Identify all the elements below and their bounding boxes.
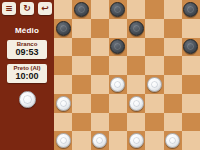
board-square-a6[interactable]: [54, 38, 72, 57]
sidebar: ≡ ↻ ↩ Médio Branco 09:53 Preto (AI) 10:0…: [0, 0, 54, 150]
dark-piece[interactable]: [129, 21, 144, 36]
board-square-e3[interactable]: [127, 94, 145, 113]
white-piece[interactable]: [92, 133, 107, 148]
board-square-e6[interactable]: [127, 38, 145, 57]
board-square-g7[interactable]: [164, 19, 182, 38]
board-square-b7[interactable]: [72, 19, 90, 38]
board-square-f7[interactable]: [145, 19, 163, 38]
board-square-g1[interactable]: [164, 131, 182, 150]
checkers-board: [54, 0, 200, 150]
board-square-h7[interactable]: [182, 19, 200, 38]
board-square-e4[interactable]: [127, 75, 145, 94]
dark-piece[interactable]: [183, 2, 198, 17]
board-square-f6[interactable]: [145, 38, 163, 57]
white-piece[interactable]: [165, 133, 180, 148]
restart-button[interactable]: ↻: [20, 2, 34, 15]
board-square-g8[interactable]: [164, 0, 182, 19]
board-square-h6[interactable]: [182, 38, 200, 57]
board-square-a5[interactable]: [54, 56, 72, 75]
board-square-b2[interactable]: [72, 113, 90, 132]
white-piece[interactable]: [56, 96, 71, 111]
undo-button[interactable]: ↩: [38, 2, 52, 15]
white-piece[interactable]: [110, 77, 125, 92]
board-square-g6[interactable]: [164, 38, 182, 57]
board-square-f2[interactable]: [145, 113, 163, 132]
difficulty-label: Médio: [0, 26, 54, 35]
board-square-g4[interactable]: [164, 75, 182, 94]
board-square-e8[interactable]: [127, 0, 145, 19]
board-square-b4[interactable]: [72, 75, 90, 94]
board-square-a3[interactable]: [54, 94, 72, 113]
board-square-h3[interactable]: [182, 94, 200, 113]
board-square-b8[interactable]: [72, 0, 90, 19]
board-square-h5[interactable]: [182, 56, 200, 75]
board-square-b5[interactable]: [72, 56, 90, 75]
board-square-f4[interactable]: [145, 75, 163, 94]
undo-icon: ↩: [41, 3, 49, 13]
board-square-d2[interactable]: [109, 113, 127, 132]
checkers-app: ≡ ↻ ↩ Médio Branco 09:53 Preto (AI) 10:0…: [0, 0, 200, 150]
black-clock-time: 10:00: [7, 72, 47, 81]
white-piece[interactable]: [129, 133, 144, 148]
board-square-h8[interactable]: [182, 0, 200, 19]
black-clock: Preto (AI) 10:00: [7, 64, 47, 83]
turn-indicator: [0, 91, 54, 108]
board-square-d6[interactable]: [109, 38, 127, 57]
board-square-g5[interactable]: [164, 56, 182, 75]
board-square-f1[interactable]: [145, 131, 163, 150]
board-square-c6[interactable]: [91, 38, 109, 57]
board-square-d7[interactable]: [109, 19, 127, 38]
board-square-e7[interactable]: [127, 19, 145, 38]
white-piece[interactable]: [129, 96, 144, 111]
board-square-h4[interactable]: [182, 75, 200, 94]
white-clock-time: 09:53: [7, 48, 47, 57]
board-square-a7[interactable]: [54, 19, 72, 38]
white-piece[interactable]: [56, 133, 71, 148]
board-square-h2[interactable]: [182, 113, 200, 132]
menu-icon: ≡: [5, 3, 13, 13]
board-square-d1[interactable]: [109, 131, 127, 150]
board-square-c5[interactable]: [91, 56, 109, 75]
board-square-b3[interactable]: [72, 94, 90, 113]
board-square-a2[interactable]: [54, 113, 72, 132]
board-square-c4[interactable]: [91, 75, 109, 94]
dark-piece[interactable]: [56, 21, 71, 36]
dark-piece[interactable]: [110, 39, 125, 54]
board-square-d4[interactable]: [109, 75, 127, 94]
board-square-f5[interactable]: [145, 56, 163, 75]
board-square-c8[interactable]: [91, 0, 109, 19]
board-square-a4[interactable]: [54, 75, 72, 94]
restart-icon: ↻: [23, 3, 31, 13]
board-square-a1[interactable]: [54, 131, 72, 150]
board-square-f3[interactable]: [145, 94, 163, 113]
dark-piece[interactable]: [110, 2, 125, 17]
board-square-e2[interactable]: [127, 113, 145, 132]
board-square-f8[interactable]: [145, 0, 163, 19]
board-square-c3[interactable]: [91, 94, 109, 113]
board-square-b6[interactable]: [72, 38, 90, 57]
menu-button[interactable]: ≡: [2, 2, 16, 15]
board-square-g2[interactable]: [164, 113, 182, 132]
board-square-e1[interactable]: [127, 131, 145, 150]
board-square-b1[interactable]: [72, 131, 90, 150]
board-square-a8[interactable]: [54, 0, 72, 19]
board-square-d3[interactable]: [109, 94, 127, 113]
white-clock: Branco 09:53: [7, 40, 47, 59]
board-square-d8[interactable]: [109, 0, 127, 19]
dark-piece[interactable]: [74, 2, 89, 17]
board-square-e5[interactable]: [127, 56, 145, 75]
toolbar: ≡ ↻ ↩: [0, 0, 54, 15]
board-square-g3[interactable]: [164, 94, 182, 113]
board-square-c2[interactable]: [91, 113, 109, 132]
board-square-d5[interactable]: [109, 56, 127, 75]
white-piece[interactable]: [147, 77, 162, 92]
turn-indicator-white-piece: [19, 91, 36, 108]
board-square-c7[interactable]: [91, 19, 109, 38]
dark-piece[interactable]: [183, 39, 198, 54]
board-square-c1[interactable]: [91, 131, 109, 150]
board-square-h1[interactable]: [182, 131, 200, 150]
